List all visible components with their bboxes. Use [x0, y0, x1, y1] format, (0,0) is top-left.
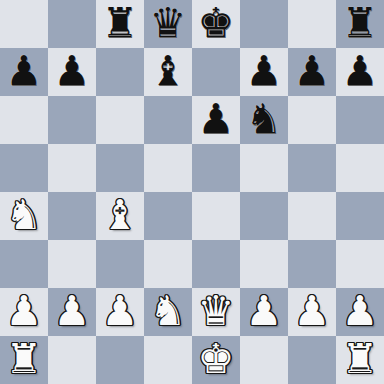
square-b3[interactable] — [48, 240, 96, 288]
square-g2[interactable]: ♟ — [288, 288, 336, 336]
square-d6[interactable] — [144, 96, 192, 144]
square-c3[interactable] — [96, 240, 144, 288]
square-h4[interactable] — [336, 192, 384, 240]
square-b4[interactable] — [48, 192, 96, 240]
square-a5[interactable] — [0, 144, 48, 192]
square-f8[interactable] — [240, 0, 288, 48]
square-d2[interactable]: ♞ — [144, 288, 192, 336]
piece-white-king[interactable]: ♚ — [198, 336, 235, 383]
square-d3[interactable] — [144, 240, 192, 288]
piece-white-rook[interactable]: ♜ — [342, 336, 379, 383]
square-f1[interactable] — [240, 336, 288, 384]
square-g7[interactable]: ♟ — [288, 48, 336, 96]
piece-black-king[interactable]: ♚ — [198, 0, 235, 47]
square-a6[interactable] — [0, 96, 48, 144]
square-g3[interactable] — [288, 240, 336, 288]
square-f6[interactable]: ♞ — [240, 96, 288, 144]
piece-white-queen[interactable]: ♛ — [198, 288, 235, 335]
square-h1[interactable]: ♜ — [336, 336, 384, 384]
square-c2[interactable]: ♟ — [96, 288, 144, 336]
square-f5[interactable] — [240, 144, 288, 192]
square-c1[interactable] — [96, 336, 144, 384]
square-b8[interactable] — [48, 0, 96, 48]
square-a2[interactable]: ♟ — [0, 288, 48, 336]
square-a3[interactable] — [0, 240, 48, 288]
piece-white-pawn[interactable]: ♟ — [342, 288, 379, 335]
piece-black-pawn[interactable]: ♟ — [198, 96, 235, 143]
square-h3[interactable] — [336, 240, 384, 288]
square-f4[interactable] — [240, 192, 288, 240]
piece-black-knight[interactable]: ♞ — [246, 96, 283, 143]
piece-white-pawn[interactable]: ♟ — [6, 288, 43, 335]
square-e8[interactable]: ♚ — [192, 0, 240, 48]
square-h7[interactable]: ♟ — [336, 48, 384, 96]
square-d4[interactable] — [144, 192, 192, 240]
square-a4[interactable]: ♞ — [0, 192, 48, 240]
piece-white-pawn[interactable]: ♟ — [294, 288, 331, 335]
piece-black-bishop[interactable]: ♝ — [150, 48, 187, 95]
piece-white-bishop[interactable]: ♝ — [102, 192, 139, 239]
square-g5[interactable] — [288, 144, 336, 192]
chess-board-container: ♜♛♚♜♟♟♝♟♟♟♟♞♞♝♟♟♟♞♛♟♟♟♜♚♜ — [0, 0, 384, 384]
square-b5[interactable] — [48, 144, 96, 192]
square-c7[interactable] — [96, 48, 144, 96]
square-e2[interactable]: ♛ — [192, 288, 240, 336]
square-d7[interactable]: ♝ — [144, 48, 192, 96]
square-b6[interactable] — [48, 96, 96, 144]
square-c5[interactable] — [96, 144, 144, 192]
square-b1[interactable] — [48, 336, 96, 384]
piece-white-rook[interactable]: ♜ — [6, 336, 43, 383]
piece-white-pawn[interactable]: ♟ — [246, 288, 283, 335]
square-c4[interactable]: ♝ — [96, 192, 144, 240]
square-h2[interactable]: ♟ — [336, 288, 384, 336]
piece-white-pawn[interactable]: ♟ — [102, 288, 139, 335]
piece-white-knight[interactable]: ♞ — [150, 288, 187, 335]
square-f2[interactable]: ♟ — [240, 288, 288, 336]
square-e5[interactable] — [192, 144, 240, 192]
square-c6[interactable] — [96, 96, 144, 144]
square-b2[interactable]: ♟ — [48, 288, 96, 336]
square-h8[interactable]: ♜ — [336, 0, 384, 48]
square-f3[interactable] — [240, 240, 288, 288]
chess-board: ♜♛♚♜♟♟♝♟♟♟♟♞♞♝♟♟♟♞♛♟♟♟♜♚♜ — [0, 0, 384, 384]
square-a1[interactable]: ♜ — [0, 336, 48, 384]
square-b7[interactable]: ♟ — [48, 48, 96, 96]
square-h5[interactable] — [336, 144, 384, 192]
square-g4[interactable] — [288, 192, 336, 240]
piece-black-rook[interactable]: ♜ — [102, 0, 139, 47]
square-d5[interactable] — [144, 144, 192, 192]
square-h6[interactable] — [336, 96, 384, 144]
square-a8[interactable] — [0, 0, 48, 48]
square-a7[interactable]: ♟ — [0, 48, 48, 96]
square-d1[interactable] — [144, 336, 192, 384]
square-e7[interactable] — [192, 48, 240, 96]
piece-black-pawn[interactable]: ♟ — [246, 48, 283, 95]
square-g1[interactable] — [288, 336, 336, 384]
square-g8[interactable] — [288, 0, 336, 48]
square-e3[interactable] — [192, 240, 240, 288]
piece-white-knight[interactable]: ♞ — [6, 192, 43, 239]
square-d8[interactable]: ♛ — [144, 0, 192, 48]
square-e4[interactable] — [192, 192, 240, 240]
piece-black-pawn[interactable]: ♟ — [6, 48, 43, 95]
piece-black-pawn[interactable]: ♟ — [342, 48, 379, 95]
piece-white-pawn[interactable]: ♟ — [54, 288, 91, 335]
square-g6[interactable] — [288, 96, 336, 144]
piece-black-pawn[interactable]: ♟ — [294, 48, 331, 95]
square-c8[interactable]: ♜ — [96, 0, 144, 48]
square-e6[interactable]: ♟ — [192, 96, 240, 144]
piece-black-pawn[interactable]: ♟ — [54, 48, 91, 95]
piece-black-rook[interactable]: ♜ — [342, 0, 379, 47]
piece-black-queen[interactable]: ♛ — [150, 0, 187, 47]
square-f7[interactable]: ♟ — [240, 48, 288, 96]
square-e1[interactable]: ♚ — [192, 336, 240, 384]
